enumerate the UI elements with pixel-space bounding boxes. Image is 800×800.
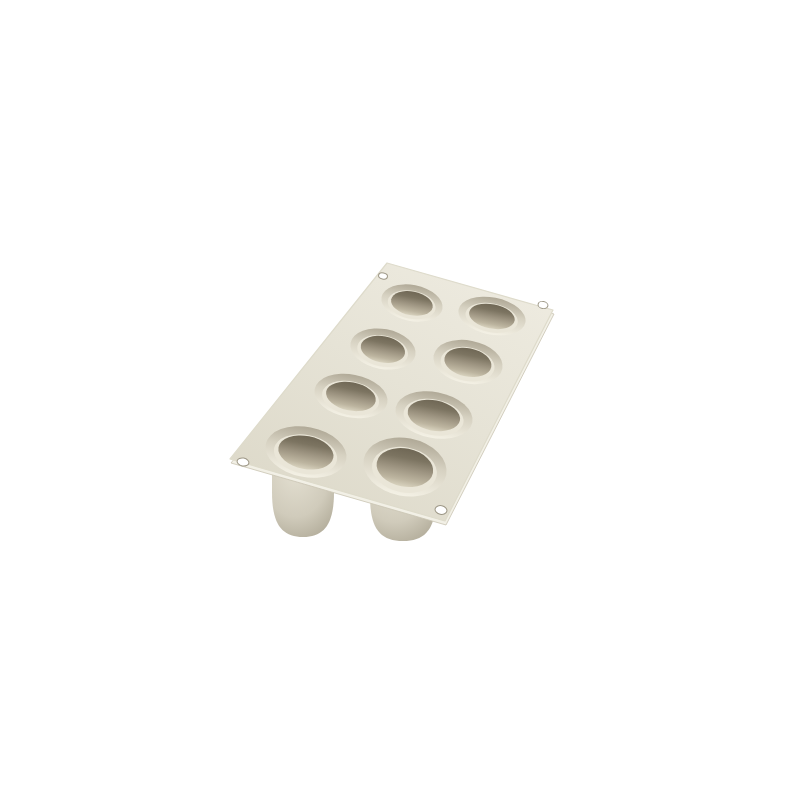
mold-illustration (0, 0, 800, 800)
photo-canvas (0, 0, 800, 800)
product-photo (0, 0, 800, 800)
